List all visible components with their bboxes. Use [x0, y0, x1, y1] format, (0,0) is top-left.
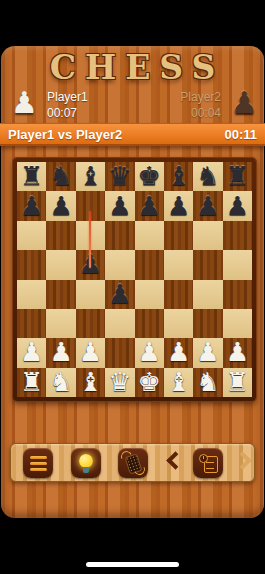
square-c8[interactable]: ♝	[76, 162, 105, 191]
square-a1[interactable]: ♜	[17, 368, 46, 397]
undo-button[interactable]	[166, 453, 180, 467]
square-g6[interactable]	[193, 221, 222, 250]
square-h8[interactable]: ♜	[223, 162, 252, 191]
square-f3[interactable]	[164, 309, 193, 338]
square-e7[interactable]: ♟	[135, 191, 164, 220]
square-g4[interactable]	[193, 280, 222, 309]
square-a2[interactable]: ♟	[17, 338, 46, 367]
square-b8[interactable]: ♞	[46, 162, 75, 191]
square-c2[interactable]: ♟	[76, 338, 105, 367]
black-player-clock: 00:04	[191, 105, 221, 121]
square-a3[interactable]	[17, 309, 46, 338]
white-pawn[interactable]: ♟	[226, 338, 249, 367]
square-g7[interactable]: ♟	[193, 191, 222, 220]
square-d4[interactable]: ♟	[105, 280, 134, 309]
square-f1[interactable]: ♝	[164, 368, 193, 397]
square-a4[interactable]	[17, 280, 46, 309]
square-f7[interactable]: ♟	[164, 191, 193, 220]
square-d6[interactable]	[105, 221, 134, 250]
hint-button[interactable]	[71, 448, 101, 478]
square-g8[interactable]: ♞	[193, 162, 222, 191]
square-h2[interactable]: ♟	[223, 338, 252, 367]
square-e4[interactable]	[135, 280, 164, 309]
square-h4[interactable]	[223, 280, 252, 309]
square-b3[interactable]	[46, 309, 75, 338]
square-e1[interactable]: ♚	[135, 368, 164, 397]
black-queen[interactable]: ♛	[108, 162, 131, 191]
move-list-button[interactable]	[193, 448, 223, 478]
square-c4[interactable]	[76, 280, 105, 309]
white-pawn[interactable]: ♟	[167, 338, 190, 367]
white-bishop[interactable]: ♝	[167, 368, 190, 397]
white-pawn-icon: ♟	[11, 86, 38, 120]
white-pawn[interactable]: ♟	[20, 338, 43, 367]
square-d7[interactable]: ♟	[105, 191, 134, 220]
black-rook[interactable]: ♜	[20, 162, 43, 191]
white-knight[interactable]: ♞	[49, 368, 72, 397]
white-king[interactable]: ♚	[138, 368, 161, 397]
black-pawn[interactable]: ♟	[20, 192, 43, 221]
black-knight[interactable]: ♞	[196, 162, 219, 191]
square-h7[interactable]: ♟	[223, 191, 252, 220]
square-a8[interactable]: ♜	[17, 162, 46, 191]
black-knight[interactable]: ♞	[49, 162, 72, 191]
square-d8[interactable]: ♛	[105, 162, 134, 191]
square-c3[interactable]	[76, 309, 105, 338]
square-b1[interactable]: ♞	[46, 368, 75, 397]
square-f4[interactable]	[164, 280, 193, 309]
square-d1[interactable]: ♛	[105, 368, 134, 397]
black-player-name: Player2	[180, 89, 221, 105]
square-e3[interactable]	[135, 309, 164, 338]
square-g3[interactable]	[193, 309, 222, 338]
black-pawn[interactable]: ♟	[138, 192, 161, 221]
square-f5[interactable]	[164, 250, 193, 279]
square-d2[interactable]	[105, 338, 134, 367]
square-e5[interactable]	[135, 250, 164, 279]
square-b2[interactable]: ♟	[46, 338, 75, 367]
app-title: CHESS	[0, 47, 265, 89]
square-a6[interactable]	[17, 221, 46, 250]
square-b5[interactable]	[46, 250, 75, 279]
square-d5[interactable]	[105, 250, 134, 279]
square-d3[interactable]	[105, 309, 134, 338]
match-banner: Player1 vs Player2 00:11	[0, 123, 265, 146]
phone-screen: CHESS ♟ Player1 00:07 Player2 00:04 ♟ Pl…	[0, 0, 265, 574]
square-h1[interactable]: ♜	[223, 368, 252, 397]
black-pawn-icon: ♟	[231, 86, 258, 120]
black-pawn[interactable]: ♟	[49, 192, 72, 221]
menu-button[interactable]	[23, 448, 53, 478]
home-indicator[interactable]	[86, 562, 179, 567]
white-knight[interactable]: ♞	[196, 368, 219, 397]
redo-button[interactable]	[233, 453, 247, 467]
square-a7[interactable]: ♟	[17, 191, 46, 220]
square-b7[interactable]: ♟	[46, 191, 75, 220]
board-frame: ♜♞♝♛♚♝♞♜♟♟♟♟♟♟♟♟♟♟♟♟♟♟♟♟♜♞♝♛♚♝♞♜	[13, 158, 256, 401]
square-h3[interactable]	[223, 309, 252, 338]
square-b4[interactable]	[46, 280, 75, 309]
chevron-left-icon	[166, 451, 184, 469]
square-e8[interactable]: ♚	[135, 162, 164, 191]
square-f8[interactable]: ♝	[164, 162, 193, 191]
black-bishop[interactable]: ♝	[79, 162, 102, 191]
square-g1[interactable]: ♞	[193, 368, 222, 397]
white-player-name: Player1	[47, 89, 88, 105]
square-f6[interactable]	[164, 221, 193, 250]
black-pawn[interactable]: ♟	[108, 280, 131, 309]
square-c1[interactable]: ♝	[76, 368, 105, 397]
black-king[interactable]: ♚	[138, 162, 161, 191]
white-rook[interactable]: ♜	[226, 368, 249, 397]
black-bishop[interactable]: ♝	[167, 162, 190, 191]
square-e6[interactable]	[135, 221, 164, 250]
square-e2[interactable]: ♟	[135, 338, 164, 367]
match-title: Player1 vs Player2	[8, 127, 122, 142]
square-h5[interactable]	[223, 250, 252, 279]
status-bar	[0, 0, 265, 46]
white-pawn[interactable]: ♟	[196, 338, 219, 367]
black-pawn[interactable]: ♟	[226, 192, 249, 221]
white-queen[interactable]: ♛	[108, 368, 131, 397]
white-pawn[interactable]: ♟	[138, 338, 161, 367]
square-a5[interactable]	[17, 250, 46, 279]
white-player-info: Player1 00:07	[47, 89, 88, 121]
black-rook[interactable]: ♜	[226, 162, 249, 191]
white-pawn[interactable]: ♟	[79, 338, 102, 367]
match-total-clock: 00:11	[224, 127, 257, 142]
square-g5[interactable]	[193, 250, 222, 279]
black-pawn[interactable]: ♟	[108, 192, 131, 221]
square-f2[interactable]: ♟	[164, 338, 193, 367]
white-rook[interactable]: ♜	[20, 368, 43, 397]
white-player-clock: 00:07	[47, 105, 88, 121]
menu-icon	[30, 456, 47, 471]
players-row: ♟ Player1 00:07 Player2 00:04 ♟	[0, 88, 265, 124]
square-h6[interactable]	[223, 221, 252, 250]
square-b6[interactable]	[46, 221, 75, 250]
black-pawn[interactable]: ♟	[196, 192, 219, 221]
lightbulb-icon	[78, 454, 94, 473]
notepad-clock-icon	[199, 454, 218, 473]
rotate-board-button[interactable]	[118, 448, 148, 478]
chevron-right-icon	[233, 451, 251, 469]
square-g2[interactable]: ♟	[193, 338, 222, 367]
board[interactable]: ♜♞♝♛♚♝♞♜♟♟♟♟♟♟♟♟♟♟♟♟♟♟♟♟♜♞♝♛♚♝♞♜	[17, 162, 252, 397]
white-bishop[interactable]: ♝	[79, 368, 102, 397]
rotate-phone-icon	[123, 453, 143, 473]
white-pawn[interactable]: ♟	[49, 338, 72, 367]
black-player-info: Player2 00:04	[180, 89, 221, 121]
black-pawn[interactable]: ♟	[167, 192, 190, 221]
toolbar	[10, 443, 255, 482]
